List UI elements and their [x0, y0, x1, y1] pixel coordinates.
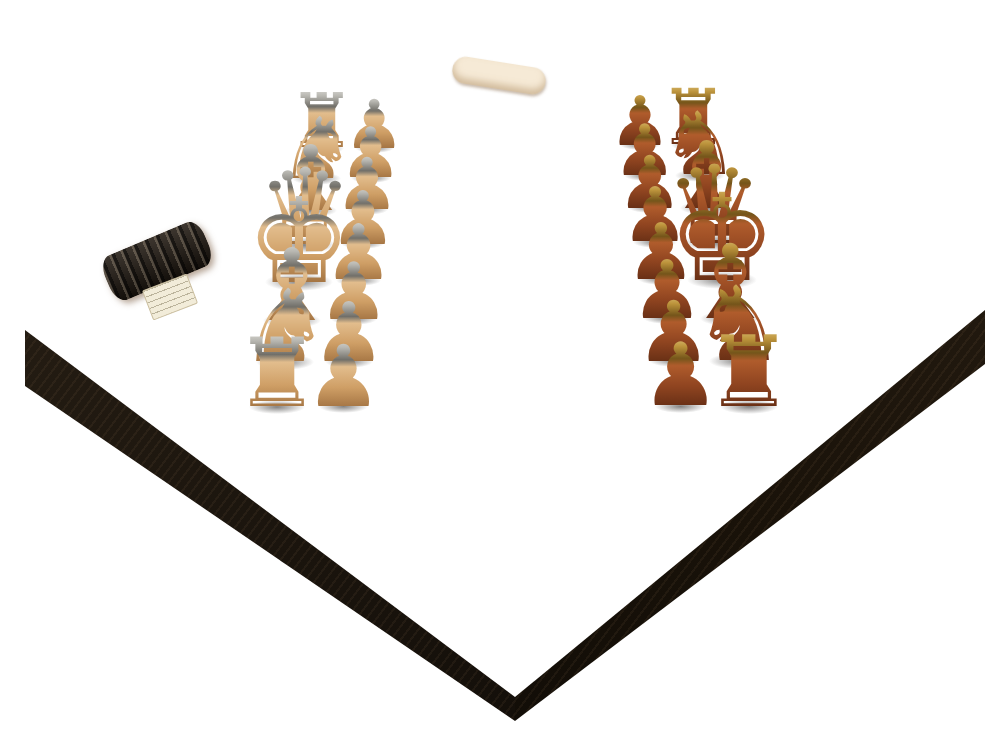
square-f5[interactable]	[509, 296, 573, 337]
square-h6[interactable]	[577, 380, 649, 427]
square-h5[interactable]	[511, 380, 580, 427]
box-front-right-face	[0, 0, 1000, 743]
square-d5[interactable]	[508, 224, 568, 260]
square-c4[interactable]	[451, 191, 508, 224]
box-corner-divider	[399, 525, 611, 539]
square-b3[interactable]	[397, 161, 453, 192]
square-d4[interactable]	[450, 224, 509, 259]
square-a6[interactable]	[558, 130, 614, 160]
tray-liner-roll	[450, 55, 547, 96]
arabesque-border	[180, 447, 853, 467]
square-c6[interactable]	[563, 190, 623, 223]
pieces-layer: ♜♞♝♛♚♝♞♜♟♟♟♟♟♟♟♟♟♟♟♟♟♟♟♟♜♞♝♛♚♝♞♜	[0, 0, 1000, 743]
square-c5[interactable]	[507, 191, 565, 224]
box-front-left-face	[0, 0, 1000, 743]
square-d3[interactable]	[391, 224, 451, 259]
square-f6[interactable]	[570, 296, 637, 337]
square-e6[interactable]	[568, 258, 632, 296]
square-g3[interactable]	[380, 337, 447, 380]
square-a3[interactable]	[400, 132, 454, 162]
square-h4[interactable]	[444, 380, 512, 427]
piece-white-rook-h1[interactable]: ♜	[234, 326, 320, 422]
square-e4[interactable]	[448, 259, 509, 297]
square-g5[interactable]	[510, 337, 577, 380]
piece-black-pawn-h7[interactable]: ♟	[642, 333, 720, 420]
box-interior-felt	[76, 68, 927, 648]
square-f3[interactable]	[384, 297, 448, 337]
square-g6[interactable]	[573, 337, 642, 381]
square-e5[interactable]	[509, 259, 571, 297]
square-f4[interactable]	[447, 297, 510, 337]
square-b4[interactable]	[452, 160, 507, 191]
box-corner-divider	[195, 264, 218, 391]
square-a4[interactable]	[453, 131, 507, 161]
square-a5[interactable]	[506, 131, 560, 161]
square-c3[interactable]	[394, 192, 452, 225]
square-b6[interactable]	[560, 159, 618, 190]
square-e3[interactable]	[388, 259, 450, 297]
square-b5[interactable]	[507, 160, 563, 191]
square-d6[interactable]	[565, 223, 627, 259]
scene: ♜♞♝♛♚♝♞♜♟♟♟♟♟♟♟♟♟♟♟♟♟♟♟♟♜♞♝♛♚♝♞♜	[0, 0, 1000, 743]
square-g4[interactable]	[445, 337, 511, 380]
storage-box-top	[25, 40, 985, 697]
square-h3[interactable]	[376, 380, 445, 427]
